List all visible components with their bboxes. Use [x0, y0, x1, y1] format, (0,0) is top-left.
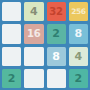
tile-2-r4c4: 2 [69, 69, 88, 88]
tile-8-r2c4: 8 [69, 24, 88, 43]
empty-cell-r3c1 [2, 47, 21, 66]
tile-16-r2c2: 16 [24, 24, 43, 43]
empty-cell-r4c2 [24, 69, 43, 88]
empty-cell-r4c3 [47, 69, 66, 88]
tile-32-r1c3: 32 [47, 2, 66, 21]
tile-8-r3c3: 8 [47, 47, 66, 66]
tile-2-r2c3: 2 [47, 24, 66, 43]
empty-cell-r2c1 [2, 24, 21, 43]
tile-4-r1c2: 4 [24, 2, 43, 21]
empty-cell-r1c1 [2, 2, 21, 21]
tile-2-r4c1: 2 [2, 69, 21, 88]
board-2048: 43225616288422 [0, 0, 90, 90]
empty-cell-r3c2 [24, 47, 43, 66]
tile-4-r3c4: 4 [69, 47, 88, 66]
tile-256-r1c4: 256 [69, 2, 88, 21]
